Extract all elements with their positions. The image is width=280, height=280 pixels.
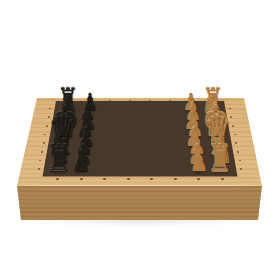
pieces-layer: ♜♟♟♜♞♟♟♞♝♟♟♝♚♟♟♚♛♟♟♛♝♟♟♝♞♟♟♞♜♟♟♜ (0, 0, 280, 280)
piece-white-pawn: ♟ (190, 149, 209, 177)
piece-black-pawn: ♟ (72, 149, 91, 177)
piece-white-rook: ♜ (208, 140, 233, 178)
piece-black-rook: ♜ (47, 140, 72, 178)
product-photo-scene: ♜♟♟♜♞♟♟♞♝♟♟♝♚♟♟♚♛♟♟♛♝♟♟♝♞♟♟♞♜♟♟♜ (0, 0, 280, 280)
